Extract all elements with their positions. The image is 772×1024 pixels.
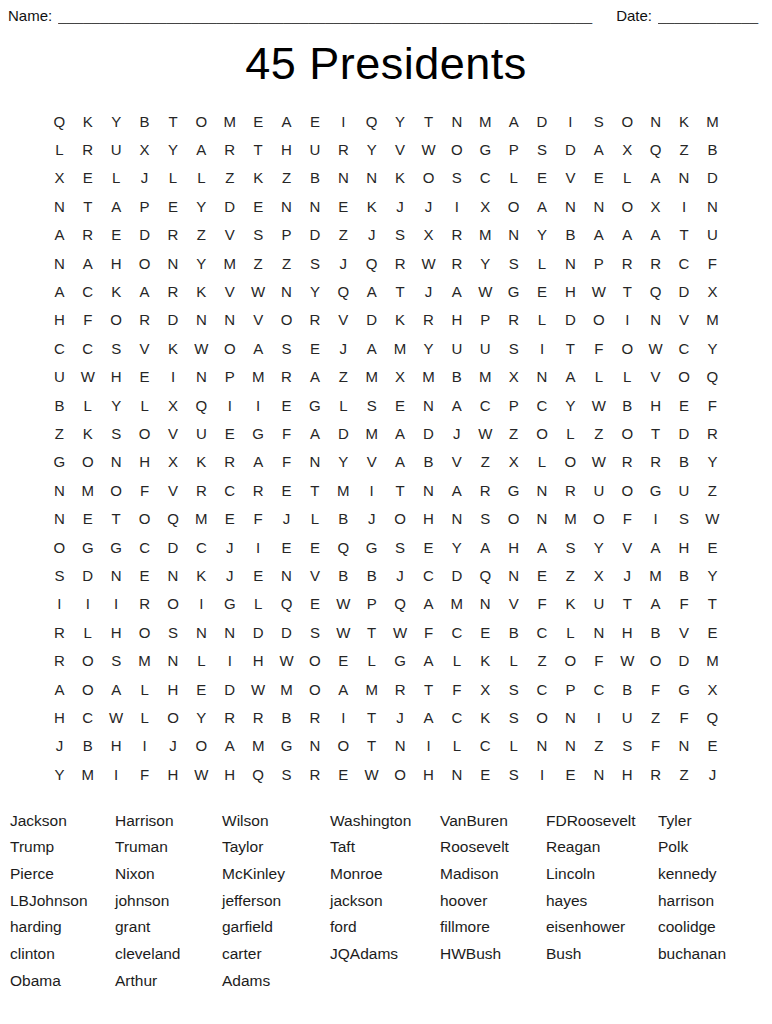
grid-cell[interactable]: A xyxy=(499,107,527,135)
grid-cell[interactable]: H xyxy=(670,533,698,561)
grid-cell[interactable]: Z xyxy=(244,249,272,277)
grid-cell[interactable]: B xyxy=(670,561,698,589)
grid-cell[interactable]: O xyxy=(130,419,158,447)
grid-cell[interactable]: J xyxy=(272,504,300,532)
grid-cell[interactable]: W xyxy=(414,135,442,163)
word-bank-item[interactable]: harding xyxy=(10,914,115,941)
word-bank-item[interactable]: McKinley xyxy=(222,861,330,888)
grid-cell[interactable]: S xyxy=(45,561,73,589)
grid-cell[interactable]: U xyxy=(585,590,613,618)
grid-cell[interactable]: L xyxy=(74,391,102,419)
grid-cell[interactable]: A xyxy=(386,448,414,476)
grid-cell[interactable]: H xyxy=(414,760,442,788)
grid-cell[interactable]: L xyxy=(130,675,158,703)
grid-cell[interactable]: M xyxy=(698,306,726,334)
grid-cell[interactable]: F xyxy=(272,448,300,476)
grid-cell[interactable]: E xyxy=(216,419,244,447)
grid-cell[interactable]: L xyxy=(130,391,158,419)
grid-cell[interactable]: H xyxy=(102,618,130,646)
grid-cell[interactable]: A xyxy=(528,192,556,220)
grid-cell[interactable]: A xyxy=(329,675,357,703)
grid-cell[interactable]: N xyxy=(272,561,300,589)
grid-cell[interactable]: A xyxy=(45,675,73,703)
grid-cell[interactable]: W xyxy=(471,419,499,447)
grid-cell[interactable]: D xyxy=(698,164,726,192)
grid-cell[interactable]: Q xyxy=(244,760,272,788)
grid-cell[interactable]: T xyxy=(301,476,329,504)
grid-cell[interactable]: H xyxy=(159,760,187,788)
grid-cell[interactable]: M xyxy=(130,646,158,674)
grid-cell[interactable]: D xyxy=(244,618,272,646)
grid-cell[interactable]: I xyxy=(443,192,471,220)
grid-cell[interactable]: R xyxy=(301,703,329,731)
grid-cell[interactable]: N xyxy=(102,561,130,589)
grid-cell[interactable]: V xyxy=(613,533,641,561)
grid-cell[interactable]: X xyxy=(499,363,527,391)
grid-cell[interactable]: C xyxy=(528,675,556,703)
grid-cell[interactable]: Y xyxy=(301,277,329,305)
grid-cell[interactable]: I xyxy=(528,334,556,362)
grid-cell[interactable]: R xyxy=(641,249,669,277)
grid-cell[interactable]: K xyxy=(556,590,584,618)
grid-cell[interactable]: M xyxy=(471,221,499,249)
grid-cell[interactable]: Z xyxy=(641,703,669,731)
grid-cell[interactable]: I xyxy=(244,391,272,419)
grid-cell[interactable]: N xyxy=(698,192,726,220)
grid-cell[interactable]: J xyxy=(613,561,641,589)
grid-cell[interactable]: I xyxy=(641,504,669,532)
grid-cell[interactable]: C xyxy=(443,703,471,731)
word-bank-item[interactable]: hayes xyxy=(546,887,658,914)
grid-cell[interactable]: T xyxy=(102,504,130,532)
grid-cell[interactable]: O xyxy=(386,760,414,788)
grid-cell[interactable]: F xyxy=(443,675,471,703)
grid-cell[interactable]: A xyxy=(358,334,386,362)
grid-cell[interactable]: F xyxy=(74,306,102,334)
grid-cell[interactable]: S xyxy=(528,135,556,163)
grid-cell[interactable]: M xyxy=(216,107,244,135)
grid-cell[interactable]: K xyxy=(102,277,130,305)
grid-cell[interactable]: B xyxy=(556,221,584,249)
grid-cell[interactable]: E xyxy=(329,646,357,674)
word-bank-item[interactable]: harrison xyxy=(658,887,772,914)
grid-cell[interactable]: Y xyxy=(443,533,471,561)
grid-cell[interactable]: N xyxy=(443,107,471,135)
word-bank-item[interactable]: Trump xyxy=(10,834,115,861)
grid-cell[interactable]: E xyxy=(102,221,130,249)
grid-cell[interactable]: Q xyxy=(272,590,300,618)
grid-cell[interactable]: H xyxy=(45,703,73,731)
grid-cell[interactable]: H xyxy=(216,760,244,788)
grid-cell[interactable]: E xyxy=(471,618,499,646)
word-bank-item[interactable]: Nixon xyxy=(115,861,222,888)
grid-cell[interactable]: B xyxy=(358,561,386,589)
grid-cell[interactable]: O xyxy=(74,448,102,476)
word-bank-item[interactable]: Wilson xyxy=(222,807,330,834)
grid-cell[interactable]: L xyxy=(187,646,215,674)
grid-cell[interactable]: S xyxy=(556,533,584,561)
grid-cell[interactable]: V xyxy=(329,306,357,334)
grid-cell[interactable]: L xyxy=(613,363,641,391)
grid-cell[interactable]: R xyxy=(443,221,471,249)
grid-cell[interactable]: O xyxy=(641,646,669,674)
grid-cell[interactable]: L xyxy=(130,703,158,731)
grid-cell[interactable]: A xyxy=(216,732,244,760)
grid-cell[interactable]: I xyxy=(130,732,158,760)
grid-cell[interactable]: C xyxy=(528,391,556,419)
grid-cell[interactable]: J xyxy=(698,760,726,788)
grid-cell[interactable]: O xyxy=(556,448,584,476)
grid-cell[interactable]: Y xyxy=(471,249,499,277)
grid-cell[interactable]: W xyxy=(585,448,613,476)
grid-cell[interactable]: O xyxy=(329,732,357,760)
grid-cell[interactable]: W xyxy=(585,391,613,419)
grid-cell[interactable]: Y xyxy=(358,135,386,163)
grid-cell[interactable]: T xyxy=(358,618,386,646)
grid-cell[interactable]: U xyxy=(471,334,499,362)
grid-cell[interactable]: U xyxy=(45,363,73,391)
grid-cell[interactable]: K xyxy=(386,306,414,334)
grid-cell[interactable]: R xyxy=(216,135,244,163)
grid-cell[interactable]: I xyxy=(74,590,102,618)
grid-cell[interactable]: D xyxy=(74,561,102,589)
word-bank-item[interactable]: Truman xyxy=(115,834,222,861)
grid-cell[interactable]: F xyxy=(670,703,698,731)
word-bank-item[interactable]: clinton xyxy=(10,941,115,968)
grid-cell[interactable]: M xyxy=(698,107,726,135)
grid-cell[interactable]: K xyxy=(358,192,386,220)
grid-cell[interactable]: C xyxy=(471,391,499,419)
grid-cell[interactable]: A xyxy=(130,277,158,305)
grid-cell[interactable]: N xyxy=(45,476,73,504)
grid-cell[interactable]: D xyxy=(272,618,300,646)
grid-cell[interactable]: N xyxy=(414,391,442,419)
grid-cell[interactable]: L xyxy=(244,590,272,618)
grid-cell[interactable]: A xyxy=(641,533,669,561)
grid-cell[interactable]: P xyxy=(272,221,300,249)
grid-cell[interactable]: D xyxy=(159,306,187,334)
grid-cell[interactable]: Z xyxy=(556,561,584,589)
grid-cell[interactable]: R xyxy=(130,590,158,618)
grid-cell[interactable]: O xyxy=(556,646,584,674)
grid-cell[interactable]: H xyxy=(414,504,442,532)
grid-cell[interactable]: I xyxy=(102,760,130,788)
grid-cell[interactable]: S xyxy=(499,703,527,731)
grid-cell[interactable]: G xyxy=(301,391,329,419)
grid-cell[interactable]: P xyxy=(499,391,527,419)
grid-cell[interactable]: Q xyxy=(329,533,357,561)
grid-cell[interactable]: S xyxy=(499,675,527,703)
grid-cell[interactable]: F xyxy=(130,760,158,788)
grid-cell[interactable]: X xyxy=(698,675,726,703)
grid-cell[interactable]: H xyxy=(613,760,641,788)
grid-cell[interactable]: S xyxy=(443,164,471,192)
grid-cell[interactable]: A xyxy=(471,533,499,561)
grid-cell[interactable]: A xyxy=(641,590,669,618)
grid-cell[interactable]: E xyxy=(130,363,158,391)
grid-cell[interactable]: U xyxy=(102,135,130,163)
grid-cell[interactable]: D xyxy=(556,306,584,334)
grid-cell[interactable]: E xyxy=(301,107,329,135)
grid-cell[interactable]: A xyxy=(443,476,471,504)
grid-cell[interactable]: L xyxy=(499,164,527,192)
grid-cell[interactable]: A xyxy=(528,533,556,561)
grid-cell[interactable]: L xyxy=(301,504,329,532)
grid-cell[interactable]: O xyxy=(528,419,556,447)
word-bank-item[interactable]: kennedy xyxy=(658,861,772,888)
grid-cell[interactable]: K xyxy=(244,164,272,192)
grid-cell[interactable]: M xyxy=(641,561,669,589)
grid-cell[interactable]: G xyxy=(74,533,102,561)
grid-cell[interactable]: O xyxy=(216,334,244,362)
grid-cell[interactable]: N xyxy=(301,732,329,760)
grid-cell[interactable]: N xyxy=(187,306,215,334)
grid-cell[interactable]: E xyxy=(272,533,300,561)
grid-cell[interactable]: C xyxy=(670,334,698,362)
grid-cell[interactable]: Z xyxy=(585,419,613,447)
grid-cell[interactable]: K xyxy=(159,334,187,362)
grid-cell[interactable]: E xyxy=(301,533,329,561)
grid-cell[interactable]: U xyxy=(698,221,726,249)
grid-cell[interactable]: R xyxy=(641,448,669,476)
grid-cell[interactable]: R xyxy=(74,221,102,249)
grid-cell[interactable]: W xyxy=(698,504,726,532)
grid-cell[interactable]: A xyxy=(641,164,669,192)
grid-cell[interactable]: W xyxy=(641,334,669,362)
grid-cell[interactable]: G xyxy=(45,448,73,476)
grid-cell[interactable]: W xyxy=(272,646,300,674)
word-bank-item[interactable]: Reagan xyxy=(546,834,658,861)
word-bank-item[interactable]: fillmore xyxy=(440,914,546,941)
grid-cell[interactable]: B xyxy=(301,164,329,192)
grid-cell[interactable]: I xyxy=(556,107,584,135)
word-bank-item[interactable]: Obama xyxy=(10,968,115,995)
word-bank-item[interactable]: Monroe xyxy=(330,861,440,888)
grid-cell[interactable]: E xyxy=(216,504,244,532)
grid-cell[interactable]: N xyxy=(528,732,556,760)
grid-cell[interactable]: L xyxy=(499,646,527,674)
grid-cell[interactable]: J xyxy=(358,504,386,532)
grid-cell[interactable]: C xyxy=(74,277,102,305)
grid-cell[interactable]: O xyxy=(443,135,471,163)
grid-cell[interactable]: H xyxy=(102,363,130,391)
grid-cell[interactable]: L xyxy=(45,135,73,163)
grid-cell[interactable]: N xyxy=(187,618,215,646)
grid-cell[interactable]: N xyxy=(358,164,386,192)
grid-cell[interactable]: Y xyxy=(102,107,130,135)
grid-cell[interactable]: O xyxy=(613,419,641,447)
grid-cell[interactable]: C xyxy=(187,533,215,561)
grid-cell[interactable]: R xyxy=(613,448,641,476)
grid-cell[interactable]: P xyxy=(216,363,244,391)
grid-cell[interactable]: N xyxy=(585,192,613,220)
grid-cell[interactable]: B xyxy=(329,504,357,532)
grid-cell[interactable]: G xyxy=(272,732,300,760)
grid-cell[interactable]: B xyxy=(613,675,641,703)
grid-cell[interactable]: C xyxy=(130,533,158,561)
grid-cell[interactable]: W xyxy=(102,703,130,731)
grid-cell[interactable]: H xyxy=(272,135,300,163)
grid-cell[interactable]: M xyxy=(556,504,584,532)
grid-cell[interactable]: R xyxy=(244,703,272,731)
grid-cell[interactable]: I xyxy=(187,590,215,618)
grid-cell[interactable]: J xyxy=(386,561,414,589)
grid-cell[interactable]: O xyxy=(301,646,329,674)
grid-cell[interactable]: F xyxy=(698,249,726,277)
grid-cell[interactable]: K xyxy=(471,703,499,731)
grid-cell[interactable]: R xyxy=(414,306,442,334)
grid-cell[interactable]: T xyxy=(74,192,102,220)
grid-cell[interactable]: A xyxy=(585,221,613,249)
grid-cell[interactable]: Y xyxy=(102,391,130,419)
grid-cell[interactable]: O xyxy=(130,249,158,277)
grid-cell[interactable]: S xyxy=(244,221,272,249)
grid-cell[interactable]: X xyxy=(130,135,158,163)
grid-cell[interactable]: V xyxy=(358,448,386,476)
grid-cell[interactable]: N xyxy=(45,504,73,532)
grid-cell[interactable]: N xyxy=(386,732,414,760)
grid-cell[interactable]: N xyxy=(499,221,527,249)
grid-cell[interactable]: R xyxy=(159,277,187,305)
grid-cell[interactable]: P xyxy=(556,675,584,703)
grid-cell[interactable]: E xyxy=(556,760,584,788)
grid-cell[interactable]: Y xyxy=(585,533,613,561)
grid-cell[interactable]: L xyxy=(358,646,386,674)
grid-cell[interactable]: N xyxy=(45,249,73,277)
grid-cell[interactable]: R xyxy=(386,675,414,703)
grid-cell[interactable]: F xyxy=(130,476,158,504)
grid-cell[interactable]: Z xyxy=(499,419,527,447)
grid-cell[interactable]: J xyxy=(159,732,187,760)
grid-cell[interactable]: D xyxy=(528,107,556,135)
grid-cell[interactable]: W xyxy=(329,618,357,646)
grid-cell[interactable]: C xyxy=(471,732,499,760)
grid-cell[interactable]: R xyxy=(74,135,102,163)
grid-cell[interactable]: Y xyxy=(45,760,73,788)
grid-cell[interactable]: A xyxy=(414,590,442,618)
word-bank-item[interactable]: FDRoosevelt xyxy=(546,807,658,834)
grid-cell[interactable]: N xyxy=(670,164,698,192)
grid-cell[interactable]: G xyxy=(499,277,527,305)
word-bank-item[interactable]: Washington xyxy=(330,807,440,834)
grid-cell[interactable]: K xyxy=(670,107,698,135)
word-bank-item[interactable]: Madison xyxy=(440,861,546,888)
grid-cell[interactable]: N xyxy=(528,476,556,504)
grid-cell[interactable]: I xyxy=(585,703,613,731)
grid-cell[interactable]: H xyxy=(159,675,187,703)
grid-cell[interactable]: X xyxy=(45,164,73,192)
grid-cell[interactable]: O xyxy=(130,618,158,646)
grid-cell[interactable]: T xyxy=(613,590,641,618)
grid-cell[interactable]: A xyxy=(301,419,329,447)
grid-cell[interactable]: A xyxy=(414,646,442,674)
grid-cell[interactable]: G xyxy=(386,646,414,674)
grid-cell[interactable]: L xyxy=(329,391,357,419)
grid-cell[interactable]: X xyxy=(414,221,442,249)
grid-cell[interactable]: I xyxy=(45,590,73,618)
grid-cell[interactable]: L xyxy=(613,164,641,192)
grid-cell[interactable]: T xyxy=(414,675,442,703)
grid-cell[interactable]: Z xyxy=(670,760,698,788)
grid-cell[interactable]: A xyxy=(414,703,442,731)
grid-cell[interactable]: N xyxy=(670,732,698,760)
grid-cell[interactable]: Q xyxy=(187,391,215,419)
grid-cell[interactable]: R xyxy=(45,646,73,674)
grid-cell[interactable]: Z xyxy=(329,363,357,391)
grid-cell[interactable]: K xyxy=(471,646,499,674)
grid-cell[interactable]: I xyxy=(159,363,187,391)
grid-cell[interactable]: P xyxy=(499,135,527,163)
grid-cell[interactable]: T xyxy=(358,703,386,731)
grid-cell[interactable]: T xyxy=(670,221,698,249)
word-bank-item[interactable]: Pierce xyxy=(10,861,115,888)
grid-cell[interactable]: L xyxy=(528,448,556,476)
grid-cell[interactable]: D xyxy=(414,419,442,447)
word-bank-item[interactable]: Bush xyxy=(546,941,658,968)
grid-cell[interactable]: V xyxy=(386,135,414,163)
grid-cell[interactable]: C xyxy=(471,164,499,192)
grid-cell[interactable]: V xyxy=(216,277,244,305)
grid-cell[interactable]: E xyxy=(329,760,357,788)
word-bank-item[interactable]: cleveland xyxy=(115,941,222,968)
grid-cell[interactable]: V xyxy=(556,164,584,192)
grid-cell[interactable]: O xyxy=(386,504,414,532)
grid-cell[interactable]: D xyxy=(556,135,584,163)
grid-cell[interactable]: D xyxy=(216,192,244,220)
grid-cell[interactable]: O xyxy=(102,306,130,334)
grid-cell[interactable]: B xyxy=(613,391,641,419)
grid-cell[interactable]: G xyxy=(102,533,130,561)
grid-cell[interactable]: Z xyxy=(216,164,244,192)
grid-cell[interactable]: L xyxy=(159,164,187,192)
grid-cell[interactable]: L xyxy=(528,249,556,277)
grid-cell[interactable]: C xyxy=(216,476,244,504)
grid-cell[interactable]: J xyxy=(386,192,414,220)
grid-cell[interactable]: M xyxy=(244,732,272,760)
grid-cell[interactable]: C xyxy=(414,561,442,589)
grid-cell[interactable]: P xyxy=(471,306,499,334)
grid-cell[interactable]: S xyxy=(585,107,613,135)
grid-cell[interactable]: V xyxy=(443,448,471,476)
grid-cell[interactable]: A xyxy=(45,221,73,249)
grid-cell[interactable]: R xyxy=(443,249,471,277)
grid-cell[interactable]: O xyxy=(414,164,442,192)
grid-cell[interactable]: A xyxy=(187,135,215,163)
grid-cell[interactable]: O xyxy=(499,504,527,532)
grid-cell[interactable]: I xyxy=(414,732,442,760)
grid-cell[interactable]: E xyxy=(244,107,272,135)
grid-cell[interactable]: Y xyxy=(187,249,215,277)
word-bank-item[interactable]: LBJohnson xyxy=(10,887,115,914)
grid-cell[interactable]: S xyxy=(301,618,329,646)
grid-cell[interactable]: N xyxy=(556,192,584,220)
grid-cell[interactable]: R xyxy=(301,760,329,788)
grid-cell[interactable]: V xyxy=(159,476,187,504)
grid-cell[interactable]: L xyxy=(443,646,471,674)
grid-cell[interactable]: V xyxy=(499,590,527,618)
grid-cell[interactable]: X xyxy=(499,448,527,476)
grid-cell[interactable]: I xyxy=(358,476,386,504)
grid-cell[interactable]: A xyxy=(358,277,386,305)
grid-cell[interactable]: Z xyxy=(528,646,556,674)
grid-cell[interactable]: Y xyxy=(698,334,726,362)
grid-cell[interactable]: S xyxy=(471,504,499,532)
grid-cell[interactable]: N xyxy=(556,732,584,760)
word-bank-item[interactable]: Arthur xyxy=(115,968,222,995)
grid-cell[interactable]: X xyxy=(585,561,613,589)
grid-cell[interactable]: Z xyxy=(670,135,698,163)
grid-cell[interactable]: F xyxy=(641,732,669,760)
